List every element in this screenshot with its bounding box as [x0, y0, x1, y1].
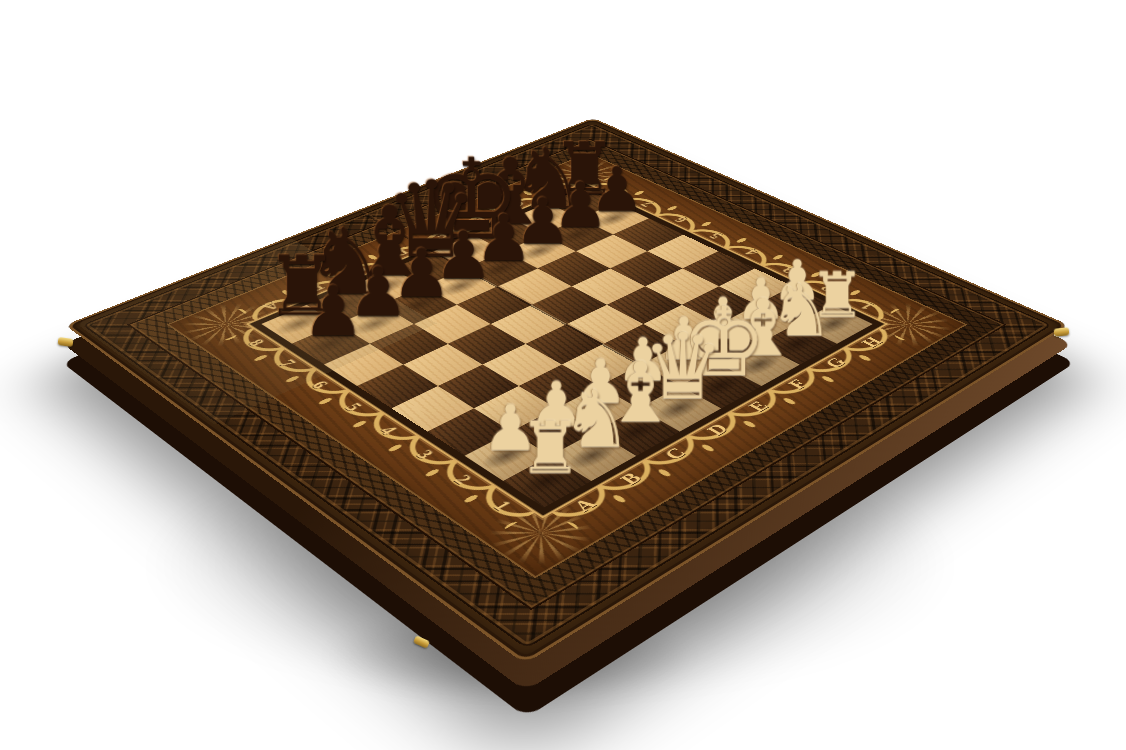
photo-scene: ABCDEFGH ABCDEFGH 12345678 12345678 ♜♞♝♛…: [0, 0, 1126, 750]
square-a7[interactable]: ♟: [292, 324, 370, 365]
brass-hinge-pin: [1054, 327, 1070, 337]
white-rook-icon: ♜: [481, 415, 619, 483]
black-pawn-icon: ♟: [272, 279, 394, 345]
chess-board: ABCDEFGH ABCDEFGH 12345678 12345678 ♜♞♝♛…: [65, 118, 1069, 664]
perspective-stage: ABCDEFGH ABCDEFGH 12345678 12345678 ♜♞♝♛…: [0, 0, 1126, 750]
